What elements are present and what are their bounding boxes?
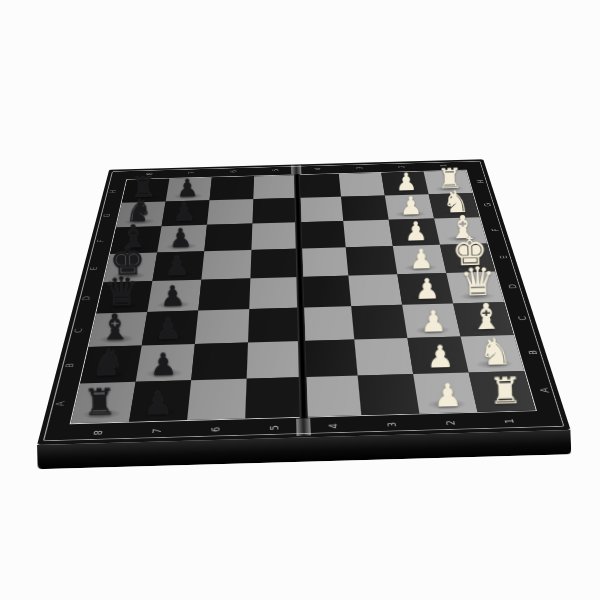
- square-f2[interactable]: ♟: [389, 219, 440, 246]
- square-b8[interactable]: ♞: [80, 345, 142, 383]
- square-e3[interactable]: [346, 246, 398, 276]
- piece-black-knight-b8[interactable]: ♞: [79, 343, 135, 382]
- square-b5[interactable]: [247, 341, 302, 379]
- square-d5[interactable]: [249, 277, 300, 309]
- piece-white-pawn-d2[interactable]: ♟: [401, 274, 453, 303]
- square-d3[interactable]: [348, 274, 402, 306]
- piece-black-pawn-f7[interactable]: ♟: [157, 224, 205, 251]
- rank-label-front-4: 4: [327, 424, 339, 429]
- square-c6[interactable]: [195, 309, 249, 344]
- piece-white-pawn-f2[interactable]: ♟: [392, 218, 440, 245]
- square-a6[interactable]: [187, 379, 247, 420]
- rank-label-back-5: 5: [271, 169, 280, 172]
- square-b1[interactable]: ♞: [461, 335, 525, 373]
- piece-black-rook-a8[interactable]: ♜: [70, 383, 129, 421]
- file-label-left-b: B: [64, 363, 76, 368]
- file-label-right-d: D: [507, 284, 519, 289]
- chess-board: ♜♟♟♜♞♟♟♞♝♟♟♝♚♟♟♚♛♟♟♛♝♟♟♝♞♟♟♞♜♟♟♜ 8765432…: [37, 159, 571, 445]
- square-h3[interactable]: [339, 173, 385, 197]
- file-label-right-c: C: [517, 316, 529, 321]
- file-label-right-e: E: [498, 255, 509, 259]
- square-b6[interactable]: [191, 342, 248, 380]
- file-label-left-h: H: [108, 190, 118, 193]
- square-a4[interactable]: [302, 376, 361, 417]
- square-g4[interactable]: [297, 197, 343, 223]
- square-f5[interactable]: [251, 222, 298, 250]
- square-d4[interactable]: [299, 276, 351, 308]
- rank-label-front-2: 2: [444, 420, 457, 425]
- square-f4[interactable]: [298, 221, 346, 249]
- square-e2[interactable]: ♟: [393, 245, 446, 275]
- square-h5[interactable]: [253, 175, 297, 199]
- piece-white-pawn-b2[interactable]: ♟: [412, 340, 468, 372]
- square-a1[interactable]: ♜: [469, 371, 536, 412]
- piece-black-pawn-a7[interactable]: ♟: [128, 386, 187, 420]
- square-e6[interactable]: [201, 250, 251, 280]
- square-b2[interactable]: ♟: [407, 337, 468, 375]
- square-e7[interactable]: ♟: [152, 251, 204, 281]
- square-c5[interactable]: [248, 308, 301, 343]
- piece-black-pawn-e7[interactable]: ♟: [152, 252, 202, 280]
- rank-label-front-3: 3: [385, 422, 398, 427]
- square-g5[interactable]: [252, 198, 297, 224]
- perspective-wrapper: ♜♟♟♜♞♟♟♞♝♟♟♝♚♟♟♚♛♟♟♛♝♟♟♝♞♟♟♞♜♟♟♜ 8765432…: [0, 0, 600, 600]
- square-d6[interactable]: [198, 278, 250, 310]
- file-label-left-a: A: [54, 401, 67, 406]
- square-e5[interactable]: [250, 249, 299, 279]
- square-h4[interactable]: [297, 174, 341, 198]
- square-f3[interactable]: [343, 220, 393, 248]
- file-label-left-e: E: [89, 266, 100, 270]
- file-label-right-b: B: [527, 350, 539, 355]
- square-c7[interactable]: ♟: [142, 311, 199, 346]
- square-b4[interactable]: [301, 339, 358, 377]
- file-label-right-a: A: [538, 387, 551, 392]
- photo-scene: ♜♟♟♜♞♟♟♞♝♟♟♝♚♟♟♚♛♟♟♛♝♟♟♝♞♟♟♞♜♟♟♜ 8765432…: [0, 0, 600, 600]
- square-c3[interactable]: [351, 305, 407, 340]
- square-f6[interactable]: [204, 224, 252, 252]
- file-label-right-h: H: [476, 179, 486, 182]
- piece-black-pawn-g7[interactable]: ♟: [161, 199, 207, 225]
- square-a5[interactable]: [245, 377, 303, 418]
- piece-white-pawn-g2[interactable]: ♟: [388, 193, 434, 219]
- square-c2[interactable]: ♟: [402, 303, 460, 338]
- square-g6[interactable]: [207, 199, 253, 225]
- square-a8[interactable]: ♜: [71, 382, 136, 423]
- rank-label-back-6: 6: [229, 170, 238, 173]
- rank-label-front-1: 1: [503, 419, 516, 424]
- rank-label-front-5: 5: [268, 425, 280, 430]
- rank-label-front-8: 8: [91, 430, 104, 435]
- file-label-left-d: D: [81, 296, 92, 301]
- square-c4[interactable]: [300, 306, 354, 341]
- piece-black-pawn-d7[interactable]: ♟: [147, 281, 199, 310]
- square-e4[interactable]: [299, 247, 349, 277]
- piece-white-pawn-c2[interactable]: ♟: [406, 306, 460, 337]
- rank-label-front-7: 7: [150, 429, 163, 434]
- rank-label-front-6: 6: [209, 427, 221, 432]
- piece-white-pawn-a2[interactable]: ♟: [418, 378, 477, 412]
- file-label-right-g: G: [483, 203, 493, 207]
- square-b7[interactable]: ♟: [136, 344, 195, 382]
- square-a3[interactable]: [358, 374, 420, 415]
- square-d2[interactable]: ♟: [397, 273, 453, 305]
- piece-white-knight-b1[interactable]: ♞: [467, 332, 523, 371]
- square-g3[interactable]: [341, 195, 389, 221]
- square-a7[interactable]: ♟: [129, 380, 191, 421]
- rank-label-back-4: 4: [313, 168, 322, 171]
- piece-black-pawn-b7[interactable]: ♟: [135, 348, 191, 380]
- piece-white-pawn-e2[interactable]: ♟: [396, 245, 446, 273]
- square-b3[interactable]: [354, 338, 413, 376]
- file-label-left-g: G: [102, 213, 112, 217]
- piece-white-rook-a1[interactable]: ♜: [476, 372, 535, 410]
- file-label-left-c: C: [73, 328, 85, 333]
- piece-black-pawn-c7[interactable]: ♟: [141, 313, 195, 344]
- square-h6[interactable]: [209, 176, 254, 200]
- square-f7[interactable]: ♟: [157, 225, 207, 253]
- square-a2[interactable]: ♟: [413, 373, 477, 414]
- square-d7[interactable]: ♟: [147, 280, 201, 312]
- rank-label-back-3: 3: [355, 167, 364, 170]
